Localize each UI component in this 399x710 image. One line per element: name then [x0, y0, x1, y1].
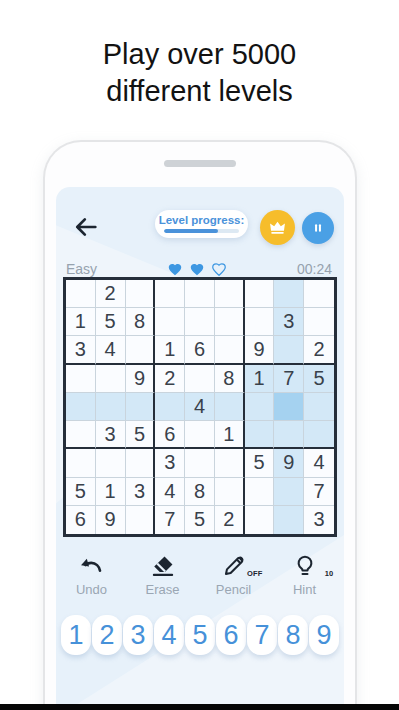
- cell-r7c4[interactable]: 3: [155, 449, 185, 477]
- cell-r7c7[interactable]: 5: [245, 449, 275, 477]
- cell-r6c9[interactable]: [304, 421, 334, 449]
- numpad-9[interactable]: 9: [309, 615, 339, 655]
- bulb-icon: [292, 553, 318, 579]
- cell-r9c8[interactable]: [274, 506, 304, 534]
- headline: Play over 5000 different levels: [0, 36, 399, 110]
- cell-r6c2[interactable]: 3: [96, 421, 126, 449]
- cell-r4c4[interactable]: 2: [155, 365, 185, 393]
- numpad-2[interactable]: 2: [92, 615, 122, 655]
- progress-fill: [164, 229, 218, 233]
- cell-r6c5[interactable]: [185, 421, 215, 449]
- numpad-6[interactable]: 6: [216, 615, 246, 655]
- bottom-black-bar: [0, 704, 399, 710]
- cell-r1c3[interactable]: [126, 280, 156, 308]
- cell-r9c5[interactable]: 5: [185, 506, 215, 534]
- cell-r7c5[interactable]: [185, 449, 215, 477]
- numpad-4[interactable]: 4: [154, 615, 184, 655]
- cell-r2c9[interactable]: [304, 308, 334, 336]
- undo-label: Undo: [76, 582, 107, 597]
- cell-r3c1[interactable]: 3: [66, 336, 96, 364]
- cell-r4c3[interactable]: 9: [126, 365, 156, 393]
- heart-filled-icon: [189, 262, 205, 277]
- cell-r2c3[interactable]: 8: [126, 308, 156, 336]
- cell-r1c6[interactable]: [215, 280, 245, 308]
- numpad-7[interactable]: 7: [247, 615, 277, 655]
- cell-r6c7[interactable]: [245, 421, 275, 449]
- arrow-left-icon: [72, 213, 100, 241]
- cell-r9c4[interactable]: 7: [155, 506, 185, 534]
- cell-r1c2[interactable]: 2: [96, 280, 126, 308]
- sudoku-grid: 21583341692928175435613594513487697523: [63, 277, 337, 537]
- status-row: Easy 00:24: [66, 259, 332, 279]
- cell-r3c3[interactable]: [126, 336, 156, 364]
- cell-r3c7[interactable]: 9: [245, 336, 275, 364]
- cell-r5c1[interactable]: [66, 393, 96, 421]
- cell-r7c3[interactable]: [126, 449, 156, 477]
- cell-r5c4[interactable]: [155, 393, 185, 421]
- cell-r8c6[interactable]: [215, 478, 245, 506]
- cell-r2c8[interactable]: 3: [274, 308, 304, 336]
- cell-r2c6[interactable]: [215, 308, 245, 336]
- cell-r3c4[interactable]: 1: [155, 336, 185, 364]
- pencil-label: Pencil: [216, 582, 251, 597]
- cell-r4c5[interactable]: [185, 365, 215, 393]
- cell-r2c1[interactable]: 1: [66, 308, 96, 336]
- cell-r4c9[interactable]: 5: [304, 365, 334, 393]
- store-screenshot: Play over 5000 different levels Level pr…: [0, 0, 399, 710]
- numpad-1[interactable]: 1: [61, 615, 91, 655]
- eraser-icon: [150, 553, 176, 579]
- cell-r6c8[interactable]: [274, 421, 304, 449]
- cell-r9c9[interactable]: 3: [304, 506, 334, 534]
- phone-frame: Level progress: Easy: [43, 140, 357, 710]
- cell-r1c4[interactable]: [155, 280, 185, 308]
- app-screen: Level progress: Easy: [56, 187, 344, 710]
- timer: 00:24: [297, 261, 332, 277]
- cell-r7c9[interactable]: 4: [304, 449, 334, 477]
- cell-r1c7[interactable]: [245, 280, 275, 308]
- cell-r4c6[interactable]: 8: [215, 365, 245, 393]
- pause-icon: [310, 220, 326, 236]
- cell-r3c2[interactable]: 4: [96, 336, 126, 364]
- cell-r5c2[interactable]: [96, 393, 126, 421]
- erase-label: Erase: [146, 582, 180, 597]
- heart-filled-icon: [167, 262, 183, 277]
- cell-r2c4[interactable]: [155, 308, 185, 336]
- cell-r8c7[interactable]: [245, 478, 275, 506]
- cell-r7c6[interactable]: [215, 449, 245, 477]
- headline-line2: different levels: [0, 73, 399, 110]
- hint-label: Hint: [293, 582, 316, 597]
- pause-button[interactable]: [302, 212, 334, 244]
- cell-r8c1[interactable]: 5: [66, 478, 96, 506]
- level-progress-label: Level progress:: [155, 214, 248, 226]
- cell-r8c5[interactable]: 8: [185, 478, 215, 506]
- cell-r4c8[interactable]: 7: [274, 365, 304, 393]
- cell-r6c3[interactable]: 5: [126, 421, 156, 449]
- progress-track: [164, 229, 239, 233]
- cell-r7c2[interactable]: [96, 449, 126, 477]
- number-pad: 123456789: [61, 615, 339, 655]
- crown-icon: [267, 217, 288, 238]
- phone-speaker: [164, 160, 236, 167]
- lives: [167, 262, 227, 277]
- numpad-5[interactable]: 5: [185, 615, 215, 655]
- cell-r2c5[interactable]: [185, 308, 215, 336]
- cell-r4c1[interactable]: [66, 365, 96, 393]
- cell-r8c9[interactable]: 7: [304, 478, 334, 506]
- cell-r1c8[interactable]: [274, 280, 304, 308]
- numpad-8[interactable]: 8: [278, 615, 308, 655]
- erase-button[interactable]: Erase: [127, 553, 198, 603]
- cell-r7c8[interactable]: 9: [274, 449, 304, 477]
- level-progress-pill: Level progress:: [155, 210, 248, 238]
- cell-r6c4[interactable]: 6: [155, 421, 185, 449]
- cell-r3c5[interactable]: 6: [185, 336, 215, 364]
- cell-r2c2[interactable]: 5: [96, 308, 126, 336]
- cell-r5c6[interactable]: [215, 393, 245, 421]
- rewards-button[interactable]: [260, 210, 295, 245]
- cell-r5c5[interactable]: 4: [185, 393, 215, 421]
- hint-count-badge: 10: [325, 569, 334, 578]
- cell-r2c7[interactable]: [245, 308, 275, 336]
- pencil-icon: [221, 553, 247, 579]
- cell-r9c6[interactable]: 2: [215, 506, 245, 534]
- cell-r9c7[interactable]: [245, 506, 275, 534]
- cell-r3c8[interactable]: [274, 336, 304, 364]
- cell-r9c2[interactable]: 9: [96, 506, 126, 534]
- cell-r3c6[interactable]: [215, 336, 245, 364]
- back-button[interactable]: [72, 213, 100, 241]
- toolbar: Undo Erase: [56, 553, 340, 603]
- cell-r1c9[interactable]: [304, 280, 334, 308]
- cell-r5c7[interactable]: [245, 393, 275, 421]
- pencil-state-badge: OFF: [247, 569, 263, 578]
- cell-r8c4[interactable]: 4: [155, 478, 185, 506]
- cell-r5c8[interactable]: [274, 393, 304, 421]
- cell-r1c1[interactable]: [66, 280, 96, 308]
- hint-button[interactable]: 10 Hint: [269, 553, 340, 603]
- undo-icon: [79, 553, 105, 579]
- cell-r9c1[interactable]: 6: [66, 506, 96, 534]
- cell-r4c7[interactable]: 1: [245, 365, 275, 393]
- cell-r6c6[interactable]: 1: [215, 421, 245, 449]
- cell-r3c9[interactable]: 2: [304, 336, 334, 364]
- cell-r9c3[interactable]: [126, 506, 156, 534]
- cell-r1c5[interactable]: [185, 280, 215, 308]
- numpad-3[interactable]: 3: [123, 615, 153, 655]
- pencil-button[interactable]: OFF Pencil: [198, 553, 269, 603]
- cell-r8c3[interactable]: 3: [126, 478, 156, 506]
- cell-r8c2[interactable]: 1: [96, 478, 126, 506]
- cell-r5c3[interactable]: [126, 393, 156, 421]
- cell-r4c2[interactable]: [96, 365, 126, 393]
- heart-outline-icon: [211, 262, 227, 277]
- difficulty-label: Easy: [66, 261, 97, 277]
- cell-r7c1[interactable]: [66, 449, 96, 477]
- cell-r8c8[interactable]: [274, 478, 304, 506]
- headline-line1: Play over 5000: [0, 36, 399, 73]
- cell-r6c1[interactable]: [66, 421, 96, 449]
- cell-r5c9[interactable]: [304, 393, 334, 421]
- undo-button[interactable]: Undo: [56, 553, 127, 603]
